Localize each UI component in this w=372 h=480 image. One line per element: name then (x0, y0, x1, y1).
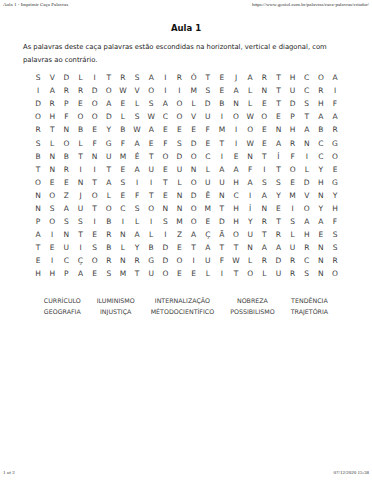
grid-cell: T (215, 202, 229, 215)
grid-cell: U (73, 202, 87, 215)
grid-cell: H (328, 202, 342, 215)
print-footer: 1 of 2 07/12/2020 15:38 (3, 470, 369, 475)
grid-cell: N (257, 202, 271, 215)
grid-cell: A (257, 189, 271, 202)
grid-cell: D (215, 215, 229, 228)
grid-cell: D (102, 110, 116, 123)
grid-cell: T (73, 228, 87, 241)
grid-cell: H (31, 267, 45, 280)
grid-cell: Y (243, 215, 257, 228)
grid-cell: R (300, 241, 314, 254)
grid-cell: I (215, 267, 229, 280)
grid-cell: N (172, 189, 186, 202)
grid-cell: L (300, 163, 314, 176)
grid-cell: T (201, 71, 215, 84)
grid-cell: S (88, 241, 102, 254)
grid-cell: R (286, 267, 300, 280)
grid-cell: J (73, 189, 87, 202)
grid-cell: V (187, 110, 201, 123)
grid-cell: T (300, 110, 314, 123)
grid-cell: O (328, 150, 342, 163)
word-list-item: GEOGRAFIA (44, 308, 81, 315)
grid-cell: S (130, 202, 144, 215)
grid-cell: E (45, 176, 59, 189)
grid-cell: Y (314, 163, 328, 176)
grid-cell: E (271, 110, 285, 123)
grid-cell: E (257, 123, 271, 136)
grid-cell: I (257, 163, 271, 176)
grid-cell: I (88, 163, 102, 176)
grid-cell: H (300, 228, 314, 241)
grid-cell: L (73, 136, 87, 149)
grid-cell: F (286, 150, 300, 163)
grid-cell: O (59, 136, 73, 149)
grid-cell: L (201, 267, 215, 280)
grid-cell: L (116, 110, 130, 123)
grid-cell: N (172, 202, 186, 215)
grid-cell: M (201, 202, 215, 215)
grid-cell: O (187, 176, 201, 189)
grid-cell: E (187, 123, 201, 136)
grid-cell: O (286, 163, 300, 176)
grid-cell: N (59, 123, 73, 136)
grid-cell: E (31, 254, 45, 267)
grid-cell: D (300, 176, 314, 189)
grid-cell: T (158, 176, 172, 189)
grid-cell: E (257, 136, 271, 149)
word-list-item: CURRÍCULO (44, 297, 81, 304)
grid-cell: L (201, 163, 215, 176)
grid-cell: T (271, 215, 285, 228)
grid-cell: E (73, 97, 87, 110)
grid-cell: U (144, 267, 158, 280)
grid-cell: T (73, 150, 87, 163)
grid-cell: W (229, 254, 243, 267)
grid-cell: T (31, 163, 45, 176)
print-header: Aula 1 - Imprimir Caça Palavras https://… (3, 2, 369, 7)
grid-cell: S (300, 97, 314, 110)
grid-cell: W (243, 136, 257, 149)
grid-cell: A (314, 110, 328, 123)
grid-cell: T (229, 267, 243, 280)
grid-cell: E (172, 267, 186, 280)
grid-cell: A (300, 215, 314, 228)
grid-cell: A (243, 176, 257, 189)
grid-cell: R (102, 254, 116, 267)
grid-cell: N (116, 254, 130, 267)
grid-cell: R (257, 215, 271, 228)
grid-cell: E (88, 267, 102, 280)
grid-cell: E (88, 228, 102, 241)
grid-cell: W (243, 110, 257, 123)
grid-cell: E (158, 163, 172, 176)
grid-cell: O (172, 97, 186, 110)
grid-cell: O (88, 97, 102, 110)
grid-cell: T (271, 97, 285, 110)
grid-cell: H (45, 267, 59, 280)
grid-cell: L (243, 84, 257, 97)
grid-cell: O (31, 110, 45, 123)
grid-cell: U (102, 150, 116, 163)
word-list-item: INJUSTIÇA (100, 308, 131, 315)
grid-cell: H (229, 215, 243, 228)
grid-cell: I (158, 71, 172, 84)
grid-cell: A (45, 84, 59, 97)
grid-cell: E (201, 215, 215, 228)
grid-cell: I (144, 215, 158, 228)
grid-cell: A (271, 136, 285, 149)
grid-cell: I (187, 254, 201, 267)
grid-cell: L (257, 267, 271, 280)
grid-cell: L (73, 71, 87, 84)
grid-cell: M (116, 267, 130, 280)
grid-cell: O (257, 110, 271, 123)
grid-cell: C (59, 254, 73, 267)
grid-cell: E (257, 97, 271, 110)
grid-cell: Ç (201, 228, 215, 241)
word-list-item: NOBREZA (237, 297, 268, 304)
grid-cell: S (130, 71, 144, 84)
grid-cell: E (45, 241, 59, 254)
grid-cell: U (215, 176, 229, 189)
grid-cell: O (187, 215, 201, 228)
grid-cell: T (229, 241, 243, 254)
grid-cell: I (116, 215, 130, 228)
grid-cell: E (144, 136, 158, 149)
grid-cell: E (116, 97, 130, 110)
grid-cell: C (116, 202, 130, 215)
grid-cell: T (144, 150, 158, 163)
page-number: 1 of 2 (3, 470, 15, 475)
word-list-item: ILUMINISMO (97, 297, 135, 304)
grid-cell: L (286, 228, 300, 241)
grid-cell: F (215, 254, 229, 267)
grid-cell: I (215, 110, 229, 123)
grid-cell: I (45, 254, 59, 267)
grid-cell: B (116, 123, 130, 136)
grid-cell: A (158, 97, 172, 110)
grid-cell: R (59, 84, 73, 97)
grid-cell: N (243, 241, 257, 254)
grid-cell: Ê (201, 189, 215, 202)
grid-cell: J (229, 71, 243, 84)
grid-cell: M (172, 215, 186, 228)
grid-cell: G (328, 136, 342, 149)
grid-cell: L (102, 189, 116, 202)
grid-cell: W (144, 110, 158, 123)
grid-cell: A (243, 71, 257, 84)
grid-cell: F (116, 136, 130, 149)
grid-cell: E (187, 267, 201, 280)
grid-cell: I (215, 150, 229, 163)
grid-cell: F (158, 136, 172, 149)
grid-cell: A (271, 241, 285, 254)
grid-cell: S (59, 215, 73, 228)
grid-cell: S (31, 136, 45, 149)
grid-cell: R (45, 97, 59, 110)
grid-cell: A (229, 163, 243, 176)
grid-cell: N (158, 202, 172, 215)
grid-cell: E (88, 123, 102, 136)
grid-cell: E (172, 241, 186, 254)
grid-cell: N (314, 254, 328, 267)
grid-cell: I (328, 84, 342, 97)
grid-cell: O (31, 176, 45, 189)
grid-cell: R (172, 71, 186, 84)
grid-cell: R (130, 254, 144, 267)
grid-cell: O (172, 110, 186, 123)
grid-cell: D (158, 254, 172, 267)
grid-cell: T (102, 71, 116, 84)
grid-cell: A (102, 176, 116, 189)
grid-cell: S (271, 176, 285, 189)
grid-cell: A (102, 97, 116, 110)
grid-cell: E (172, 123, 186, 136)
grid-cell: I (73, 241, 87, 254)
grid-cell: F (88, 136, 102, 149)
grid-cell: L (116, 241, 130, 254)
grid-cell: I (144, 176, 158, 189)
grid-cell: F (328, 215, 342, 228)
grid-cell: Y (328, 189, 342, 202)
grid-cell: Í (271, 150, 285, 163)
word-search-grid: SVDLITRSAIRÓTEJARTHCOAIARRDOWVOIIMSEALNT… (31, 71, 342, 281)
grid-cell: E (116, 163, 130, 176)
grid-cell: U (286, 84, 300, 97)
grid-cell: S (286, 215, 300, 228)
grid-cell: U (286, 241, 300, 254)
grid-cell: O (88, 189, 102, 202)
grid-cell: F (243, 163, 257, 176)
grid-cell: N (187, 163, 201, 176)
grid-cell: R (286, 136, 300, 149)
grid-cell: C (300, 84, 314, 97)
grid-cell: U (172, 163, 186, 176)
grid-cell: A (130, 228, 144, 241)
page-title: Aula 1 (0, 23, 372, 33)
grid-cell: T (102, 163, 116, 176)
grid-cell: R (286, 254, 300, 267)
grid-cell: R (59, 163, 73, 176)
grid-cell: A (328, 110, 342, 123)
grid-cell: H (314, 97, 328, 110)
grid-cell: C (229, 189, 243, 202)
grid-cell: O (158, 267, 172, 280)
grid-cell: N (243, 150, 257, 163)
grid-cell: L (187, 97, 201, 110)
grid-cell: V (130, 84, 144, 97)
grid-cell: A (257, 241, 271, 254)
grid-cell: Y (271, 189, 285, 202)
grid-cell: I (243, 189, 257, 202)
grid-cell: I (158, 228, 172, 241)
grid-cell: S (45, 202, 59, 215)
grid-cell: A (300, 123, 314, 136)
grid-cell: D (59, 71, 73, 84)
grid-cell: T (88, 202, 102, 215)
grid-cell: S (328, 228, 342, 241)
grid-cell: E (215, 84, 229, 97)
grid-cell: H (314, 176, 328, 189)
grid-cell: Z (59, 189, 73, 202)
grid-cell: T (271, 163, 285, 176)
grid-cell: S (172, 136, 186, 149)
grid-cell: O (328, 267, 342, 280)
grid-cell: A (144, 123, 158, 136)
grid-cell: A (187, 228, 201, 241)
grid-cell: N (31, 189, 45, 202)
grid-cell: W (116, 84, 130, 97)
grid-cell: U (201, 176, 215, 189)
grid-cell: T (271, 71, 285, 84)
grid-cell: M (286, 189, 300, 202)
grid-cell: E (271, 202, 285, 215)
grid-cell: B (102, 241, 116, 254)
grid-cell: R (257, 254, 271, 267)
grid-cell: S (201, 84, 215, 97)
grid-cell: Ç (73, 254, 87, 267)
grid-cell: Y (102, 123, 116, 136)
grid-cell: V (45, 71, 59, 84)
grid-cell: T (187, 241, 201, 254)
grid-cell: S (144, 97, 158, 110)
grid-cell: L (172, 176, 186, 189)
grid-cell: Y (314, 202, 328, 215)
grid-cell: O (102, 202, 116, 215)
grid-cell: O (300, 202, 314, 215)
grid-cell: A (328, 71, 342, 84)
grid-cell: D (172, 150, 186, 163)
grid-cell: R (116, 71, 130, 84)
grid-cell: E (158, 189, 172, 202)
grid-cell: U (144, 163, 158, 176)
grid-cell: H (286, 71, 300, 84)
grid-cell: O (144, 84, 158, 97)
grid-cell: D (201, 97, 215, 110)
grid-cell: U (59, 241, 73, 254)
grid-cell: D (158, 241, 172, 254)
grid-cell: N (314, 189, 328, 202)
grid-cell: S (257, 176, 271, 189)
grid-cell: H (45, 110, 59, 123)
grid-cell: T (88, 176, 102, 189)
grid-cell: I (300, 150, 314, 163)
grid-cell: N (215, 189, 229, 202)
grid-cell: A (215, 163, 229, 176)
grid-cell: A (130, 163, 144, 176)
grid-cell: S (31, 71, 45, 84)
grid-cell: C (300, 254, 314, 267)
grid-cell: C (314, 150, 328, 163)
grid-cell: I (158, 84, 172, 97)
grid-cell: R (314, 84, 328, 97)
grid-cell: N (300, 136, 314, 149)
word-list: CURRÍCULOILUMINISMOINTERNALIZAÇÃONOBREZA… (44, 297, 328, 315)
grid-cell: V (300, 189, 314, 202)
grid-cell: T (144, 189, 158, 202)
grid-cell: M (187, 84, 201, 97)
grid-cell: U (201, 110, 215, 123)
grid-cell: H (229, 176, 243, 189)
grid-cell: D (88, 84, 102, 97)
grid-cell: C (158, 110, 172, 123)
grid-cell: O (314, 71, 328, 84)
grid-cell: D (31, 97, 45, 110)
grid-cell: N (45, 163, 59, 176)
grid-cell: F (59, 110, 73, 123)
grid-cell: E (229, 150, 243, 163)
grid-cell: L (243, 97, 257, 110)
grid-cell: T (257, 150, 271, 163)
grid-cell: R (271, 228, 285, 241)
grid-cell: D (286, 97, 300, 110)
grid-cell: N (45, 150, 59, 163)
grid-cell: O (187, 202, 201, 215)
grid-cell: R (257, 71, 271, 84)
grid-cell: E (286, 176, 300, 189)
grid-cell: B (314, 123, 328, 136)
grid-cell: I (73, 163, 87, 176)
grid-cell: W (130, 123, 144, 136)
grid-cell: O (243, 267, 257, 280)
grid-cell: L (243, 254, 257, 267)
grid-cell: E (215, 71, 229, 84)
grid-cell: H (229, 202, 243, 215)
grid-cell: R (328, 123, 342, 136)
print-header-url: https://www.geniol.com.br/palavras/caca-… (252, 2, 369, 7)
grid-cell: T (130, 267, 144, 280)
grid-cell: L (130, 215, 144, 228)
grid-cell: O (88, 254, 102, 267)
grid-cell: Ó (187, 71, 201, 84)
word-list-item: TRAJETÓRIA (291, 308, 328, 315)
grid-cell: B (73, 123, 87, 136)
grid-cell: E (59, 176, 73, 189)
grid-cell: C (314, 136, 328, 149)
grid-cell: T (257, 228, 271, 241)
grid-cell: D (271, 254, 285, 267)
grid-cell: S (328, 241, 342, 254)
grid-cell: N (257, 84, 271, 97)
grid-cell: G (102, 136, 116, 149)
grid-cell: U (243, 228, 257, 241)
timestamp: 07/12/2020 15:38 (334, 470, 369, 475)
grid-cell: O (88, 110, 102, 123)
grid-cell: A (130, 136, 144, 149)
grid-cell: O (144, 202, 158, 215)
grid-cell: S (116, 176, 130, 189)
grid-cell: P (59, 97, 73, 110)
grid-cell: F (328, 97, 342, 110)
grid-cell: U (201, 254, 215, 267)
grid-cell: E (201, 136, 215, 149)
grid-cell: N (88, 150, 102, 163)
grid-cell: T (31, 241, 45, 254)
grid-cell: I (286, 202, 300, 215)
grid-cell: O (102, 84, 116, 97)
grid-cell: N (116, 228, 130, 241)
grid-cell: M (116, 150, 130, 163)
grid-cell: N (73, 176, 87, 189)
grid-cell: L (45, 136, 59, 149)
grid-cell: A (73, 267, 87, 280)
grid-cell: A (314, 215, 328, 228)
grid-cell: C (300, 71, 314, 84)
grid-cell: B (59, 150, 73, 163)
grid-cell: L (130, 97, 144, 110)
grid-cell: O (229, 110, 243, 123)
grid-cell: I (229, 123, 243, 136)
